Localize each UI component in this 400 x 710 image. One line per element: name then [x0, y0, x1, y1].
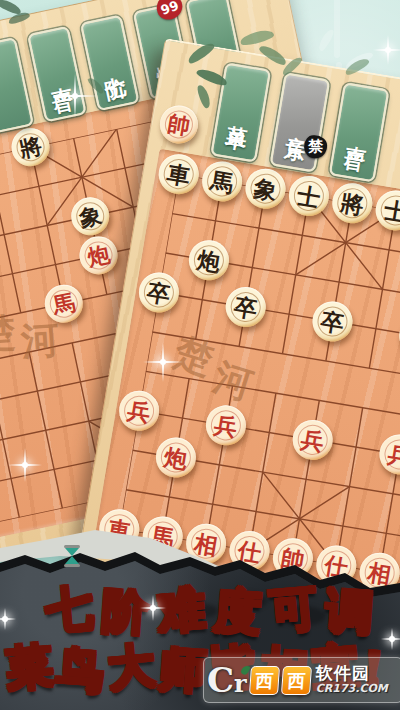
level-button[interactable]: 七阶: [80, 15, 140, 112]
music-button[interactable]: 音乐 禁: [269, 72, 330, 172]
red-general-corner-piece: 帥: [157, 103, 201, 147]
sound-button[interactable]: 声音: [329, 82, 390, 182]
watermark-site-url: CR173.COM: [316, 683, 388, 695]
watermark: Cr 西 西 软件园 CR173.COM: [203, 657, 400, 703]
hourglass-icon: [64, 545, 80, 567]
game-screen: 楚 河 声音 七阶 悔棋 99 让先 將象炮馬: [0, 0, 400, 710]
music-muted-badge: 禁: [304, 135, 327, 158]
sparkle-icon: [373, 35, 400, 65]
bamboo-leaf-icon: [317, 28, 336, 53]
river-label-chu: 楚: [0, 313, 17, 354]
undo-count-badge: 99: [153, 0, 186, 23]
river-label-he: 河: [20, 320, 61, 361]
watermark-logo: Cr: [207, 663, 247, 697]
sound-button-bg[interactable]: 声音: [27, 26, 87, 123]
promo-text-line1: 七阶难度可调: [46, 578, 382, 641]
watermark-brand-block: 西: [281, 666, 312, 695]
watermark-brand-block: 西: [249, 666, 280, 695]
bamboo-stalk-decoration: [334, 0, 340, 58]
edge-button-partial[interactable]: [0, 37, 34, 134]
watermark-site-name: 软件园: [316, 665, 388, 683]
